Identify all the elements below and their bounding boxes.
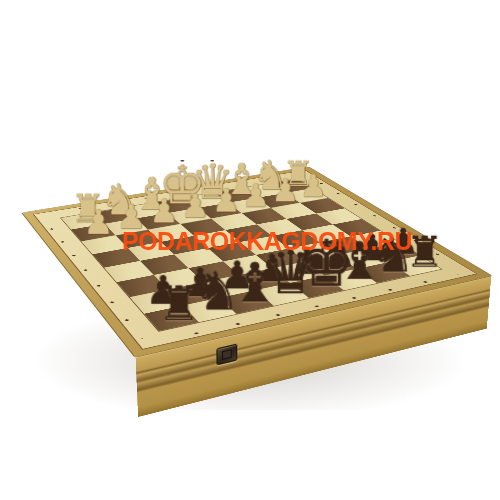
dark-knight: ♞ [193, 267, 240, 317]
light-pawn: ♟ [300, 171, 328, 200]
light-pawn: ♟ [149, 195, 178, 226]
light-pawn: ♟ [271, 176, 299, 206]
chess-casket-box: ♜♞♝♚♛♝♞♜♟♟♟♟♟♟♟♟♟♟♟♟♟♟♟♟♜♞♝♛♚♝♞♜ [22, 167, 491, 357]
square-h2: ♟ [71, 224, 115, 242]
light-pawn: ♟ [181, 190, 210, 221]
watermark-text: PODAROKKAGDOMY.RU [122, 227, 412, 256]
dark-rook: ♜ [157, 281, 200, 326]
light-pawn: ♟ [242, 180, 270, 210]
light-pawn: ♟ [83, 206, 113, 238]
clasp-latch-icon [216, 343, 237, 365]
light-pawn: ♟ [212, 185, 241, 215]
